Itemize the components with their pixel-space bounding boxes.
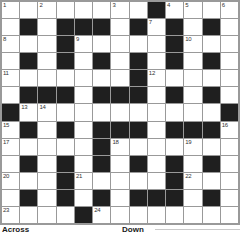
clue-number-22: 22 [185, 173, 191, 180]
clue-number-16: 16 [222, 122, 228, 129]
cell-r5c11[interactable] [184, 70, 201, 86]
block-cell-r12c9 [148, 190, 165, 206]
block-cell-r10c10 [166, 156, 183, 172]
cell-r5c4[interactable] [57, 70, 74, 86]
cell-r2c9[interactable]: 7 [148, 19, 165, 35]
cell-r3c13[interactable] [221, 36, 238, 52]
cell-r7c7[interactable] [111, 104, 128, 120]
block-cell-r12c2 [20, 190, 37, 206]
cell-r10c11[interactable] [184, 156, 201, 172]
cell-r13c6[interactable]: 24 [93, 207, 110, 223]
block-cell-r2c2 [20, 19, 37, 35]
block-cell-r11c10 [166, 173, 183, 189]
clue-number-23: 23 [3, 207, 9, 214]
cell-r13c7[interactable] [111, 207, 128, 223]
block-cell-r8c7 [111, 122, 128, 138]
cell-r11c8[interactable] [130, 173, 147, 189]
cell-r12c13[interactable] [221, 190, 238, 206]
cell-r10c7[interactable] [111, 156, 128, 172]
block-cell-r2c5 [75, 19, 92, 35]
cell-r3c11[interactable]: 10 [184, 36, 201, 52]
block-cell-r12c12 [203, 190, 220, 206]
block-cell-r1c9 [148, 2, 165, 18]
cell-r3c3[interactable] [38, 36, 55, 52]
cell-r10c13[interactable] [221, 156, 238, 172]
cell-r5c6[interactable] [93, 70, 110, 86]
cell-r13c13[interactable] [221, 207, 238, 223]
down-heading: Down [122, 225, 144, 232]
block-cell-r4c2 [20, 53, 37, 69]
cell-r9c3[interactable] [38, 139, 55, 155]
block-cell-r2c4 [57, 19, 74, 35]
cell-r8c5[interactable] [75, 122, 92, 138]
cell-r12c7[interactable] [111, 190, 128, 206]
cell-r13c12[interactable] [203, 207, 220, 223]
cell-r7c5[interactable] [75, 104, 92, 120]
cell-r5c10[interactable] [166, 70, 183, 86]
cell-r13c8[interactable] [130, 207, 147, 223]
block-cell-r8c8 [130, 122, 147, 138]
block-cell-r3c10 [166, 36, 183, 52]
clue-number-4: 4 [167, 2, 170, 9]
cell-r5c5[interactable] [75, 70, 92, 86]
block-cell-r7c1 [2, 104, 19, 120]
cell-r5c2[interactable] [20, 70, 37, 86]
cell-r5c7[interactable] [111, 70, 128, 86]
cell-r10c5[interactable] [75, 156, 92, 172]
cell-r7c2[interactable]: 13 [20, 104, 37, 120]
block-cell-r10c8 [130, 156, 147, 172]
cell-r2c7[interactable] [111, 19, 128, 35]
cell-r11c9[interactable] [148, 173, 165, 189]
cell-r9c11[interactable]: 19 [184, 139, 201, 155]
block-cell-r4c6 [93, 53, 110, 69]
cell-r11c2[interactable] [20, 173, 37, 189]
cell-r5c9[interactable]: 12 [148, 70, 165, 86]
cell-r7c4[interactable] [57, 104, 74, 120]
cell-r12c3[interactable] [38, 190, 55, 206]
cell-r1c3[interactable]: 2 [38, 2, 55, 18]
clue-number-7: 7 [149, 19, 152, 26]
block-cell-r5c8 [130, 70, 147, 86]
cell-r8c3[interactable] [38, 122, 55, 138]
crossword-grid: 123456789101112131415161718192021222324 [0, 0, 240, 225]
block-cell-r12c10 [166, 190, 183, 206]
cell-r11c6[interactable] [93, 173, 110, 189]
clue-number-19: 19 [185, 139, 191, 146]
cell-r6c5[interactable] [75, 87, 92, 103]
cell-r12c11[interactable] [184, 190, 201, 206]
cell-r4c11[interactable] [184, 53, 201, 69]
clue-number-15: 15 [3, 122, 9, 129]
cell-r1c13[interactable]: 6 [221, 2, 238, 18]
cell-r2c13[interactable] [221, 19, 238, 35]
block-cell-r6c3 [38, 87, 55, 103]
cell-r7c8[interactable] [130, 104, 147, 120]
cell-r3c7[interactable] [111, 36, 128, 52]
clue-number-20: 20 [3, 173, 9, 180]
clue-number-8: 8 [3, 36, 6, 43]
block-cell-r6c8 [130, 87, 147, 103]
clue-number-12: 12 [149, 70, 155, 77]
block-cell-r10c6 [93, 156, 110, 172]
cell-r3c5[interactable]: 9 [75, 36, 92, 52]
cell-r9c1[interactable]: 17 [2, 139, 19, 155]
block-cell-r8c10 [166, 122, 183, 138]
block-cell-r2c6 [93, 19, 110, 35]
cell-r1c10[interactable]: 4 [166, 2, 183, 18]
cell-r4c7[interactable] [111, 53, 128, 69]
block-cell-r4c8 [130, 53, 147, 69]
cell-r9c13[interactable] [221, 139, 238, 155]
cell-r7c10[interactable] [166, 104, 183, 120]
cell-r1c2[interactable] [20, 2, 37, 18]
cell-r3c8[interactable] [130, 36, 147, 52]
clue-number-14: 14 [39, 104, 45, 111]
block-cell-r6c12 [203, 87, 220, 103]
cell-r13c9[interactable] [148, 207, 165, 223]
block-cell-r12c4 [57, 190, 74, 206]
cell-r13c4[interactable] [57, 207, 74, 223]
block-cell-r4c10 [166, 53, 183, 69]
block-cell-r6c6 [93, 87, 110, 103]
cell-r7c11[interactable] [184, 104, 201, 120]
cell-r9c12[interactable] [203, 139, 220, 155]
cell-r8c13[interactable]: 16 [221, 122, 238, 138]
cell-r13c3[interactable] [38, 207, 55, 223]
clue-number-6: 6 [222, 2, 225, 9]
cell-r7c12[interactable] [203, 104, 220, 120]
cell-r1c4[interactable] [57, 2, 74, 18]
cell-r8c9[interactable] [148, 122, 165, 138]
block-cell-r6c2 [20, 87, 37, 103]
cell-r9c5[interactable] [75, 139, 92, 155]
across-heading: Across [2, 225, 29, 232]
cell-r9c10[interactable] [166, 139, 183, 155]
cell-r6c1[interactable] [2, 87, 19, 103]
cell-r2c11[interactable] [184, 19, 201, 35]
cell-r3c1[interactable]: 8 [2, 36, 19, 52]
cell-r6c13[interactable] [221, 87, 238, 103]
block-cell-r11c4 [57, 173, 74, 189]
cell-r3c2[interactable] [20, 36, 37, 52]
cell-r13c11[interactable] [184, 207, 201, 223]
clue-number-2: 2 [39, 2, 42, 9]
clue-number-17: 17 [3, 139, 9, 146]
block-cell-r8c2 [20, 122, 37, 138]
cell-r2c1[interactable] [2, 19, 19, 35]
block-cell-r2c10 [166, 19, 183, 35]
cell-r5c3[interactable] [38, 70, 55, 86]
cell-r11c7[interactable] [111, 173, 128, 189]
cell-r13c2[interactable] [20, 207, 37, 223]
cell-r10c9[interactable] [148, 156, 165, 172]
clue-number-18: 18 [112, 139, 118, 146]
block-cell-r8c11 [184, 122, 201, 138]
cell-r13c10[interactable] [166, 207, 183, 223]
cell-r12c5[interactable] [75, 190, 92, 206]
cell-r10c3[interactable] [38, 156, 55, 172]
cell-r2c3[interactable] [38, 19, 55, 35]
clue-number-13: 13 [21, 104, 27, 111]
cell-r7c6[interactable] [93, 104, 110, 120]
cell-r1c12[interactable] [203, 2, 220, 18]
cell-r1c8[interactable] [130, 2, 147, 18]
cell-r11c12[interactable] [203, 173, 220, 189]
cell-r4c5[interactable] [75, 53, 92, 69]
cell-r8c1[interactable]: 15 [2, 122, 19, 138]
clue-number-3: 3 [112, 2, 115, 9]
clue-number-11: 11 [3, 70, 9, 77]
block-cell-r8c12 [203, 122, 220, 138]
cell-r11c11[interactable]: 22 [184, 173, 201, 189]
cell-r11c1[interactable]: 20 [2, 173, 19, 189]
clue-number-24: 24 [94, 207, 100, 214]
block-cell-r2c8 [130, 19, 147, 35]
block-cell-r7c13 [221, 104, 238, 120]
cell-r9c4[interactable] [57, 139, 74, 155]
cell-r1c5[interactable] [75, 2, 92, 18]
cell-r3c9[interactable] [148, 36, 165, 52]
block-cell-r10c12 [203, 156, 220, 172]
cell-r1c6[interactable] [93, 2, 110, 18]
cell-r4c1[interactable] [2, 53, 19, 69]
cell-r3c12[interactable] [203, 36, 220, 52]
block-cell-r4c4 [57, 53, 74, 69]
cell-r13c1[interactable]: 23 [2, 207, 19, 223]
cell-r5c13[interactable] [221, 70, 238, 86]
clue-number-10: 10 [185, 36, 191, 43]
cell-r7c3[interactable]: 14 [38, 104, 55, 120]
cell-r11c13[interactable] [221, 173, 238, 189]
block-cell-r13c5 [75, 207, 92, 223]
cell-r11c3[interactable] [38, 173, 55, 189]
clue-number-1: 1 [3, 2, 6, 9]
block-cell-r12c6 [93, 190, 110, 206]
cell-r4c9[interactable] [148, 53, 165, 69]
block-cell-r6c4 [57, 87, 74, 103]
cell-r10c1[interactable] [2, 156, 19, 172]
block-cell-r8c6 [93, 122, 110, 138]
block-cell-r8c4 [57, 122, 74, 138]
block-cell-r10c4 [57, 156, 74, 172]
cell-r9c8[interactable] [130, 139, 147, 155]
cell-r4c3[interactable] [38, 53, 55, 69]
block-cell-r6c7 [111, 87, 128, 103]
block-cell-r9c6 [93, 139, 110, 155]
cell-r12c1[interactable] [2, 190, 19, 206]
block-cell-r10c2 [20, 156, 37, 172]
cell-r5c12[interactable] [203, 70, 220, 86]
clue-number-21: 21 [76, 173, 82, 180]
block-cell-r4c12 [203, 53, 220, 69]
block-cell-r12c8 [130, 190, 147, 206]
block-cell-r3c4 [57, 36, 74, 52]
cell-r9c9[interactable] [148, 139, 165, 155]
cell-r5c1[interactable]: 11 [2, 70, 19, 86]
divider-line [155, 229, 240, 230]
cell-r7c9[interactable] [148, 104, 165, 120]
block-cell-r6c10 [166, 87, 183, 103]
cell-r11c5[interactable]: 21 [75, 173, 92, 189]
clue-number-5: 5 [185, 2, 188, 9]
cell-r4c13[interactable] [221, 53, 238, 69]
cell-r1c1[interactable]: 1 [2, 2, 19, 18]
cell-r1c7[interactable]: 3 [111, 2, 128, 18]
cell-r6c11[interactable] [184, 87, 201, 103]
cell-r3c6[interactable] [93, 36, 110, 52]
cell-r1c11[interactable]: 5 [184, 2, 201, 18]
block-cell-r2c12 [203, 19, 220, 35]
cell-r6c9[interactable] [148, 87, 165, 103]
cell-r9c2[interactable] [20, 139, 37, 155]
clue-number-9: 9 [76, 36, 79, 43]
cell-r9c7[interactable]: 18 [111, 139, 128, 155]
